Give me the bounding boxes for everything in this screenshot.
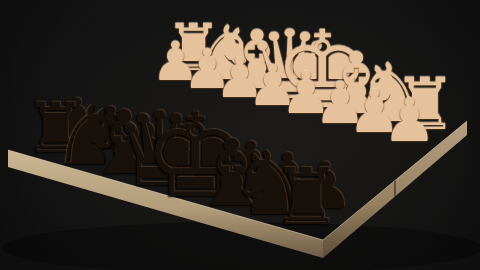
board-side-faces: [0, 0, 480, 270]
chess-set-render-scene[interactable]: ♜♞♝♛♚♝♞♜♟♟♟♟♟♟♟♟♟♟♟♟♟♟♟♟♜♞♝♛♚♝♞♜: [0, 0, 480, 270]
